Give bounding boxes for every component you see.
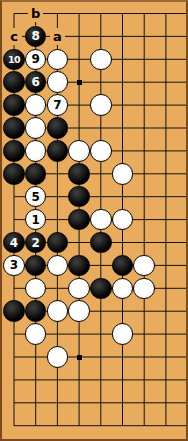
black-stone [3, 140, 25, 162]
white-stone [47, 71, 69, 93]
white-stone [112, 323, 134, 345]
point-label-a: a [50, 28, 65, 45]
black-stone [3, 117, 25, 139]
black-stone [90, 232, 112, 254]
black-stone [68, 186, 90, 208]
move-7-white-stone: 7 [47, 94, 69, 116]
black-stone [3, 163, 25, 185]
move-3-white-stone: 3 [3, 255, 25, 277]
black-stone [68, 209, 90, 231]
white-stone [47, 49, 69, 71]
white-stone [25, 117, 47, 139]
white-stone [133, 278, 155, 300]
black-stone [47, 117, 69, 139]
white-stone [47, 346, 69, 368]
white-stone [90, 209, 112, 231]
move-4-black-stone: 4 [3, 232, 25, 254]
white-stone [90, 49, 112, 71]
white-stone [25, 94, 47, 116]
white-stone [112, 163, 134, 185]
white-stone [90, 94, 112, 116]
black-stone [47, 140, 69, 162]
point-label-c: c [7, 28, 22, 45]
black-stone [25, 163, 47, 185]
black-stone [3, 71, 25, 93]
white-stone [25, 140, 47, 162]
black-stone [68, 163, 90, 185]
white-stone [68, 140, 90, 162]
white-stone [68, 278, 90, 300]
move-10-black-stone: 10 [3, 49, 25, 71]
white-stone [68, 300, 90, 322]
star-point [77, 355, 82, 360]
white-stone [112, 278, 134, 300]
black-stone [3, 300, 25, 322]
white-stone [47, 300, 69, 322]
black-stone [68, 255, 90, 277]
point-label-b: b [28, 5, 43, 22]
star-point [77, 80, 82, 85]
black-stone [90, 278, 112, 300]
white-stone [47, 255, 69, 277]
white-stone [25, 323, 47, 345]
white-stone [90, 140, 112, 162]
white-stone [133, 255, 155, 277]
go-board-diagram: bc8a1096751423 [0, 0, 188, 441]
black-stone [3, 94, 25, 116]
